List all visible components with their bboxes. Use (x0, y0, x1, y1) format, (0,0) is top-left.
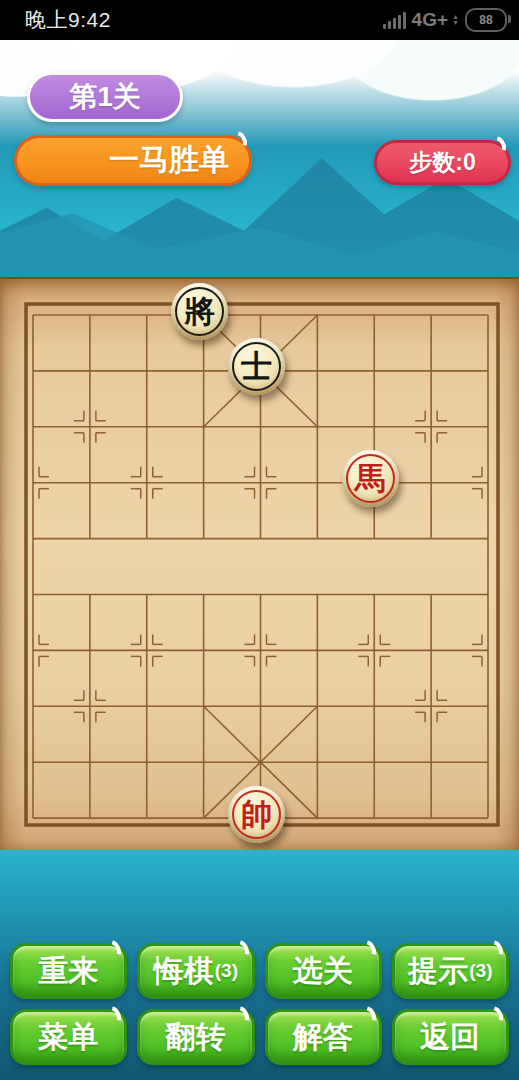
app-screen: 晚上9:42 4G+ ▲▼ 88 第1关 一马胜单 步数:0 (0, 0, 519, 1080)
flip-board-button[interactable]: 翻转 (137, 1009, 254, 1065)
back-button[interactable]: 返回 (392, 1009, 509, 1065)
clock: 晚上9:42 (25, 6, 111, 34)
level-label: 第1关 (69, 78, 141, 116)
piece-glyph: 將 (175, 287, 224, 336)
piece-glyph: 帥 (232, 790, 281, 839)
signal-strength-icon (383, 12, 406, 29)
pieces-layer: 將士馬帥 (0, 279, 519, 852)
battery-icon: 88 (465, 8, 507, 32)
network-type-label: 4G+ (412, 9, 448, 31)
xiangqi-board[interactable]: 將士馬帥 (0, 277, 519, 852)
piece-red-general[interactable]: 帥 (228, 786, 285, 843)
gloss-highlight-icon (476, 1002, 507, 1033)
status-bar: 晚上9:42 4G+ ▲▼ 88 (0, 0, 519, 40)
puzzle-title-badge: 一马胜单 (14, 135, 252, 186)
gloss-highlight-icon (349, 936, 380, 967)
steps-counter-badge: 步数:0 (374, 140, 511, 185)
hint-button[interactable]: 提示(3) (392, 943, 509, 999)
gloss-highlight-icon (349, 1002, 380, 1033)
piece-black-general[interactable]: 將 (171, 283, 228, 340)
level-select-button[interactable]: 选关 (265, 943, 382, 999)
level-badge[interactable]: 第1关 (27, 72, 183, 122)
gloss-highlight-icon (221, 1002, 252, 1033)
toolbar-grid: 重来 悔棋(3) 选关 提示(3) 菜单 翻转 (10, 943, 509, 1065)
piece-glyph: 馬 (346, 454, 395, 503)
gloss-highlight-icon (94, 1002, 125, 1033)
piece-red-horse[interactable]: 馬 (342, 450, 399, 507)
header-scene: 第1关 一马胜单 步数:0 (0, 40, 519, 277)
status-icons: 4G+ ▲▼ 88 (383, 8, 507, 32)
menu-button[interactable]: 菜单 (10, 1009, 127, 1065)
solution-button[interactable]: 解答 (265, 1009, 382, 1065)
puzzle-title-label: 一马胜单 (109, 140, 229, 181)
steps-label: 步数:0 (409, 147, 475, 178)
gloss-highlight-icon (94, 936, 125, 967)
piece-black-advisor[interactable]: 士 (228, 338, 285, 395)
piece-glyph: 士 (232, 342, 281, 391)
undo-button[interactable]: 悔棋(3) (137, 943, 254, 999)
data-arrows-icon: ▲▼ (452, 14, 459, 26)
restart-button[interactable]: 重来 (10, 943, 127, 999)
toolbar: 重来 悔棋(3) 选关 提示(3) 菜单 翻转 (0, 850, 519, 1080)
battery-percent: 88 (479, 13, 492, 27)
